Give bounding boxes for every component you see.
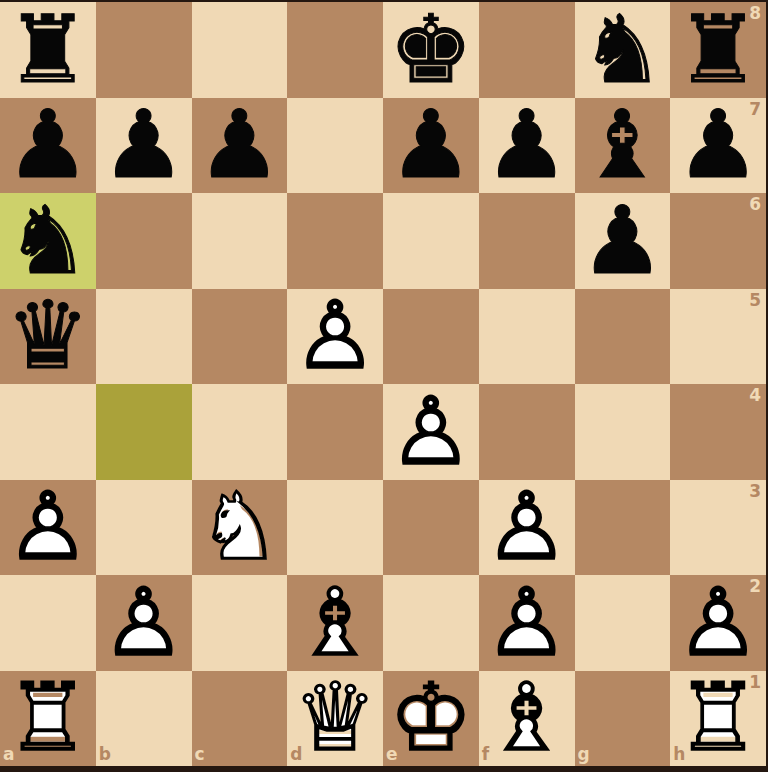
rank-label-3: 3 <box>749 483 761 500</box>
piece-black-king[interactable]: ♚ <box>383 2 479 98</box>
black-queen-icon: ♛ <box>6 289 90 383</box>
square-a5[interactable]: ♛ <box>0 289 96 385</box>
square-c5[interactable] <box>192 289 288 385</box>
black-rook-icon: ♜ <box>6 3 90 97</box>
black-knight-icon: ♞ <box>6 194 90 288</box>
rank-label-5: 5 <box>749 292 761 309</box>
white-pawn-outline-icon: ♙ <box>484 480 568 574</box>
file-label-b: b <box>99 746 111 763</box>
piece-black-queen[interactable]: ♛ <box>0 289 96 385</box>
square-f6[interactable] <box>479 193 575 289</box>
black-knight-icon: ♞ <box>580 3 664 97</box>
file-label-e: e <box>386 746 398 763</box>
rank-label-2: 2 <box>749 578 761 595</box>
square-f7[interactable]: ♟ <box>479 98 575 194</box>
piece-black-pawn[interactable]: ♟ <box>96 98 192 194</box>
file-label-h: h <box>673 746 685 763</box>
square-e4[interactable]: ♟♙ <box>383 384 479 480</box>
piece-white-pawn[interactable]: ♟♙ <box>479 480 575 576</box>
piece-black-pawn[interactable]: ♟ <box>192 98 288 194</box>
chess-board-frame: ♜♚♞♜♟♟♟♟♟♝♟♞♟♛♟♙♟♙♟♙♞♘♟♙♟♙♝♗♟♙♟♙♜♖♛♕♚♔♝♗… <box>0 0 768 772</box>
square-g4[interactable] <box>575 384 671 480</box>
square-c7[interactable]: ♟ <box>192 98 288 194</box>
black-king-icon: ♚ <box>389 3 473 97</box>
black-pawn-icon: ♟ <box>676 98 760 192</box>
file-label-f: f <box>482 746 489 763</box>
rank-label-8: 8 <box>749 5 761 22</box>
rank-label-7: 7 <box>749 101 761 118</box>
square-a3[interactable]: ♟♙ <box>0 480 96 576</box>
square-b6[interactable] <box>96 193 192 289</box>
square-c3[interactable]: ♞♘ <box>192 480 288 576</box>
chess-board: ♜♚♞♜♟♟♟♟♟♝♟♞♟♛♟♙♟♙♟♙♞♘♟♙♟♙♝♗♟♙♟♙♜♖♛♕♚♔♝♗… <box>0 2 766 766</box>
black-pawn-icon: ♟ <box>389 98 473 192</box>
square-f1[interactable]: ♝♗ <box>479 671 575 767</box>
piece-black-rook[interactable]: ♜ <box>0 2 96 98</box>
piece-white-pawn[interactable]: ♟♙ <box>287 289 383 385</box>
white-bishop-outline-icon: ♗ <box>484 671 568 765</box>
piece-black-pawn[interactable]: ♟ <box>575 193 671 289</box>
black-rook-icon: ♜ <box>676 3 760 97</box>
piece-white-bishop[interactable]: ♝♗ <box>479 671 575 767</box>
piece-black-pawn[interactable]: ♟ <box>383 98 479 194</box>
square-a7[interactable]: ♟ <box>0 98 96 194</box>
square-g7[interactable]: ♝ <box>575 98 671 194</box>
square-g2[interactable] <box>575 575 671 671</box>
rank-label-1: 1 <box>749 674 761 691</box>
square-c6[interactable] <box>192 193 288 289</box>
white-bishop-outline-icon: ♗ <box>293 576 377 670</box>
square-d5[interactable]: ♟♙ <box>287 289 383 385</box>
square-b2[interactable]: ♟♙ <box>96 575 192 671</box>
square-f4[interactable] <box>479 384 575 480</box>
square-g5[interactable] <box>575 289 671 385</box>
square-b3[interactable] <box>96 480 192 576</box>
square-d7[interactable] <box>287 98 383 194</box>
square-b5[interactable] <box>96 289 192 385</box>
piece-white-bishop[interactable]: ♝♗ <box>287 575 383 671</box>
square-c1[interactable] <box>192 671 288 767</box>
square-g8[interactable]: ♞ <box>575 2 671 98</box>
square-a2[interactable] <box>0 575 96 671</box>
square-f3[interactable]: ♟♙ <box>479 480 575 576</box>
piece-white-knight[interactable]: ♞♘ <box>192 480 288 576</box>
black-pawn-icon: ♟ <box>6 98 90 192</box>
black-pawn-icon: ♟ <box>580 194 664 288</box>
square-b8[interactable] <box>96 2 192 98</box>
square-b7[interactable]: ♟ <box>96 98 192 194</box>
white-rook-outline-icon: ♖ <box>676 671 760 765</box>
piece-black-pawn[interactable]: ♟ <box>0 98 96 194</box>
square-a6[interactable]: ♞ <box>0 193 96 289</box>
white-king-outline-icon: ♔ <box>389 671 473 765</box>
white-pawn-outline-icon: ♙ <box>101 576 185 670</box>
square-e8[interactable]: ♚ <box>383 2 479 98</box>
square-d2[interactable]: ♝♗ <box>287 575 383 671</box>
white-knight-outline-icon: ♘ <box>197 480 281 574</box>
piece-black-knight[interactable]: ♞ <box>575 2 671 98</box>
white-rook-outline-icon: ♖ <box>6 671 90 765</box>
piece-white-pawn[interactable]: ♟♙ <box>0 480 96 576</box>
square-f2[interactable]: ♟♙ <box>479 575 575 671</box>
square-b4[interactable] <box>96 384 192 480</box>
square-e7[interactable]: ♟ <box>383 98 479 194</box>
white-pawn-outline-icon: ♙ <box>6 480 90 574</box>
square-e5[interactable] <box>383 289 479 385</box>
square-c2[interactable] <box>192 575 288 671</box>
square-a8[interactable]: ♜ <box>0 2 96 98</box>
square-f5[interactable] <box>479 289 575 385</box>
square-e3[interactable] <box>383 480 479 576</box>
square-a4[interactable] <box>0 384 96 480</box>
piece-black-bishop[interactable]: ♝ <box>575 98 671 194</box>
white-pawn-outline-icon: ♙ <box>484 576 568 670</box>
square-e6[interactable] <box>383 193 479 289</box>
square-c4[interactable] <box>192 384 288 480</box>
black-pawn-icon: ♟ <box>484 98 568 192</box>
black-bishop-icon: ♝ <box>580 98 664 192</box>
square-d4[interactable] <box>287 384 383 480</box>
square-c8[interactable] <box>192 2 288 98</box>
black-pawn-icon: ♟ <box>101 98 185 192</box>
file-label-c: c <box>195 746 205 763</box>
square-g3[interactable] <box>575 480 671 576</box>
square-d8[interactable] <box>287 2 383 98</box>
square-d3[interactable] <box>287 480 383 576</box>
piece-black-knight[interactable]: ♞ <box>0 193 96 289</box>
file-label-a: a <box>3 746 14 763</box>
piece-white-pawn[interactable]: ♟♙ <box>479 575 575 671</box>
white-pawn-outline-icon: ♙ <box>389 385 473 479</box>
square-g6[interactable]: ♟ <box>575 193 671 289</box>
piece-black-pawn[interactable]: ♟ <box>479 98 575 194</box>
white-queen-outline-icon: ♕ <box>293 671 377 765</box>
piece-white-pawn[interactable]: ♟♙ <box>383 384 479 480</box>
file-label-g: g <box>578 746 590 763</box>
square-f8[interactable] <box>479 2 575 98</box>
file-label-d: d <box>290 746 302 763</box>
rank-label-6: 6 <box>749 196 761 213</box>
piece-white-pawn[interactable]: ♟♙ <box>96 575 192 671</box>
square-e2[interactable] <box>383 575 479 671</box>
white-pawn-outline-icon: ♙ <box>676 576 760 670</box>
black-pawn-icon: ♟ <box>197 98 281 192</box>
square-d6[interactable] <box>287 193 383 289</box>
rank-label-4: 4 <box>749 387 761 404</box>
white-pawn-outline-icon: ♙ <box>293 289 377 383</box>
